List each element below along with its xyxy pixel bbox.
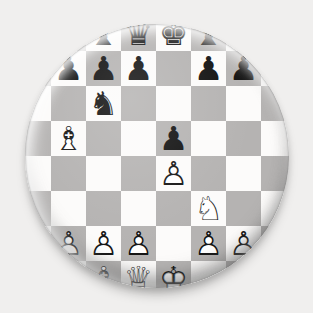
white-pawn-g2: ♟♙ [226,226,261,261]
white-pawn-h2: ♟♙ [261,226,289,261]
square-b8 [51,24,86,51]
white-pawn-c2: ♟♙ [86,226,121,261]
square-d6 [121,86,156,121]
white-rook-a1: ♜♖ [25,261,51,288]
square-f1 [191,261,226,288]
square-d1: ♛♕ [121,261,156,288]
square-g1 [226,261,261,288]
white-knight-f3: ♞♘ [191,191,226,226]
square-c1: ♝♗ [86,261,121,288]
square-e8: ♚ [156,24,191,51]
black-bishop-c8: ♝ [86,24,121,51]
square-b2: ♟♙ [51,226,86,261]
white-knight-b1: ♞♘ [51,261,86,288]
square-e4: ♟♙ [156,156,191,191]
black-pawn-a7: ♟ [25,51,51,86]
square-h6 [261,86,289,121]
square-b4 [51,156,86,191]
square-a5 [25,121,51,156]
black-knight-g8: ♞ [226,24,261,51]
square-a1: ♜♖ [25,261,51,288]
square-d2: ♟♙ [121,226,156,261]
square-d8: ♛ [121,24,156,51]
chess-board: ♜♝♛♚♝♞♜♟♟♟♟♟♟♟♞♝♗♟♟♙♞♘♟♙♟♙♟♙♟♙♟♙♟♙♟♙♜♖♞♘… [25,24,289,288]
square-a7: ♟ [25,51,51,86]
square-e3 [156,191,191,226]
white-rook-h1: ♜♖ [261,261,289,288]
white-pawn-b2: ♟♙ [51,226,86,261]
square-d4 [121,156,156,191]
square-g4 [226,156,261,191]
square-g5 [226,121,261,156]
square-c4 [86,156,121,191]
square-b7: ♟ [51,51,86,86]
square-c8: ♝ [86,24,121,51]
square-c2: ♟♙ [86,226,121,261]
square-d5 [121,121,156,156]
square-d3 [121,191,156,226]
square-f3: ♞♘ [191,191,226,226]
black-rook-a8: ♜ [25,24,51,51]
square-b1: ♞♘ [51,261,86,288]
square-g7: ♟ [226,51,261,86]
white-bishop-c1: ♝♗ [86,261,121,288]
square-b5: ♝♗ [51,121,86,156]
black-pawn-h7: ♟ [261,51,289,86]
square-c5 [86,121,121,156]
square-c3 [86,191,121,226]
black-bishop-f8: ♝ [191,24,226,51]
black-pawn-f7: ♟ [191,51,226,86]
square-h1: ♜♖ [261,261,289,288]
square-g2: ♟♙ [226,226,261,261]
black-queen-d8: ♛ [121,24,156,51]
square-a4 [25,156,51,191]
square-c7: ♟ [86,51,121,86]
square-d7: ♟ [121,51,156,86]
square-e5: ♟ [156,121,191,156]
page-background: { "game": "chess", "mockup": "circular p… [0,0,313,313]
black-king-e8: ♚ [156,24,191,51]
white-pawn-a2: ♟♙ [25,226,51,261]
square-g3 [226,191,261,226]
square-a6 [25,86,51,121]
square-f2: ♟♙ [191,226,226,261]
square-h3 [261,191,289,226]
square-f4 [191,156,226,191]
black-pawn-d7: ♟ [121,51,156,86]
square-e6 [156,86,191,121]
black-knight-c6: ♞ [86,86,121,121]
black-pawn-g7: ♟ [226,51,261,86]
square-a3 [25,191,51,226]
white-pawn-d2: ♟♙ [121,226,156,261]
white-queen-d1: ♛♕ [121,261,156,288]
square-h7: ♟ [261,51,289,86]
square-f8: ♝ [191,24,226,51]
square-g6 [226,86,261,121]
white-pawn-e4: ♟♙ [156,156,191,191]
white-bishop-b5: ♝♗ [51,121,86,156]
square-a8: ♜ [25,24,51,51]
black-pawn-b7: ♟ [51,51,86,86]
square-e7 [156,51,191,86]
black-rook-h8: ♜ [261,24,289,51]
square-f6 [191,86,226,121]
white-king-e1: ♚♔ [156,261,191,288]
square-f5 [191,121,226,156]
square-h5 [261,121,289,156]
square-g8: ♞ [226,24,261,51]
square-e2 [156,226,191,261]
square-h4 [261,156,289,191]
square-a2: ♟♙ [25,226,51,261]
square-h8: ♜ [261,24,289,51]
square-f7: ♟ [191,51,226,86]
square-h2: ♟♙ [261,226,289,261]
square-b6 [51,86,86,121]
square-e1: ♚♔ [156,261,191,288]
chess-pin-badge: ♜♝♛♚♝♞♜♟♟♟♟♟♟♟♞♝♗♟♟♙♞♘♟♙♟♙♟♙♟♙♟♙♟♙♟♙♜♖♞♘… [25,24,289,288]
white-pawn-f2: ♟♙ [191,226,226,261]
black-pawn-e5: ♟ [156,121,191,156]
black-pawn-c7: ♟ [86,51,121,86]
square-b3 [51,191,86,226]
square-c6: ♞ [86,86,121,121]
